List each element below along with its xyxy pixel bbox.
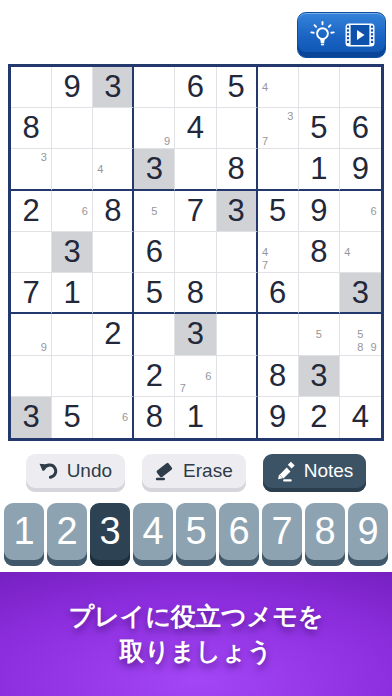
cell-value: 9: [64, 69, 81, 105]
note-digit: 7: [259, 258, 272, 271]
notes-label: Notes: [304, 460, 354, 482]
cell-value: 3: [187, 316, 204, 352]
cell-r5c6[interactable]: [217, 232, 258, 273]
note-digit: 4: [259, 81, 272, 94]
pencil-icon: [274, 460, 297, 483]
cell-notes: 4: [259, 68, 297, 106]
cell-r6c6[interactable]: [217, 273, 258, 314]
cell-notes: 6: [53, 192, 91, 230]
cell-value: 1: [64, 275, 81, 311]
cell-r7c2[interactable]: [52, 314, 93, 355]
cell-notes: 37: [259, 109, 297, 147]
cell-r9c7[interactable]: 9: [258, 397, 299, 438]
cell-r1c9[interactable]: [340, 67, 381, 108]
cell-value: 8: [187, 275, 204, 311]
cell-r6c3[interactable]: [93, 273, 134, 314]
note-digit: 4: [94, 163, 106, 175]
note-digit: 6: [202, 369, 215, 382]
cell-r9c1[interactable]: 3: [11, 397, 52, 438]
cell-r3c3[interactable]: 4: [93, 149, 134, 190]
cell-r3c8[interactable]: 1: [299, 149, 340, 190]
toolbar: Undo Erase Notes: [0, 454, 392, 492]
cell-r1c8[interactable]: [299, 67, 340, 108]
note-digit: 3: [37, 150, 50, 162]
cell-r1c4[interactable]: [134, 67, 175, 108]
cell-r3c7[interactable]: [258, 149, 299, 190]
cell-value: 2: [146, 358, 163, 394]
cell-r8c7[interactable]: 8: [258, 356, 299, 397]
cell-value: 7: [22, 275, 39, 311]
notes-button[interactable]: Notes: [263, 454, 367, 492]
cell-r2c3[interactable]: [93, 108, 134, 149]
cell-r4c9[interactable]: 6: [340, 191, 381, 232]
cell-value: 8: [22, 110, 39, 146]
cell-r2c5[interactable]: 4: [175, 108, 216, 149]
cell-r5c7[interactable]: 47: [258, 232, 299, 273]
cell-r8c8[interactable]: 3: [299, 356, 340, 397]
cell-notes: 3: [12, 150, 50, 187]
cell-value: 8: [269, 358, 286, 394]
cell-value: 6: [269, 275, 286, 311]
erase-button[interactable]: Erase: [142, 454, 246, 492]
cell-value: 3: [104, 69, 121, 105]
note-digit: 4: [341, 246, 354, 259]
cell-r5c9[interactable]: 4: [340, 232, 381, 273]
numpad-key-8[interactable]: 8: [305, 503, 345, 566]
cell-r5c2[interactable]: 3: [52, 232, 93, 273]
cell-value: 8: [104, 193, 121, 229]
cell-r6c9[interactable]: 3: [340, 273, 381, 314]
cell-r2c2[interactable]: [52, 108, 93, 149]
cell-value: 2: [22, 193, 39, 229]
note-digit: 9: [161, 135, 174, 148]
cell-r9c4[interactable]: 8: [134, 397, 175, 438]
cell-r4c7[interactable]: 5: [258, 191, 299, 232]
cell-r7c3[interactable]: 2: [93, 314, 134, 355]
cell-r1c7[interactable]: 4: [258, 67, 299, 108]
cell-r4c5[interactable]: 7: [175, 191, 216, 232]
numpad-key-5[interactable]: 5: [176, 503, 216, 566]
note-digit: 6: [79, 204, 92, 217]
note-digit: 3: [284, 109, 297, 122]
cell-notes: 5: [135, 192, 173, 230]
cell-r6c1[interactable]: 7: [11, 273, 52, 314]
erase-label: Erase: [183, 460, 233, 482]
note-digit: 7: [176, 382, 189, 395]
cell-r8c5[interactable]: 67: [175, 356, 216, 397]
video-play-icon: [345, 23, 375, 47]
cell-r3c9[interactable]: 9: [340, 149, 381, 190]
cell-r7c5[interactable]: 3: [175, 314, 216, 355]
cell-r2c6[interactable]: [217, 108, 258, 149]
eraser-icon: [153, 460, 176, 483]
undo-button[interactable]: Undo: [26, 454, 125, 492]
cell-r7c1[interactable]: 9: [11, 314, 52, 355]
cell-value: 1: [187, 399, 204, 435]
cell-r4c6[interactable]: 3: [217, 191, 258, 232]
cell-r8c2[interactable]: [52, 356, 93, 397]
cell-value: 2: [104, 316, 121, 352]
cell-r2c7[interactable]: 37: [258, 108, 299, 149]
cell-r3c5[interactable]: [175, 149, 216, 190]
cell-notes: 9: [135, 109, 173, 147]
undo-label: Undo: [67, 460, 112, 482]
cell-r6c2[interactable]: 1: [52, 273, 93, 314]
cell-value: 2: [310, 399, 327, 435]
cell-r7c9[interactable]: 589: [340, 314, 381, 355]
cell-r4c1[interactable]: 2: [11, 191, 52, 232]
cell-r4c3[interactable]: 8: [93, 191, 134, 232]
note-digit: 6: [119, 411, 131, 424]
note-digit: 8: [354, 341, 367, 354]
cell-r6c4[interactable]: 5: [134, 273, 175, 314]
cell-r4c2[interactable]: 6: [52, 191, 93, 232]
note-digit: 6: [367, 204, 380, 217]
cell-value: 9: [269, 399, 286, 435]
note-digit: 4: [259, 246, 272, 259]
cell-notes: 4: [341, 233, 380, 271]
cell-value: 5: [269, 193, 286, 229]
numpad-key-4[interactable]: 4: [133, 503, 173, 566]
cell-r2c1[interactable]: 8: [11, 108, 52, 149]
cell-value: 4: [187, 110, 204, 146]
cell-r9c6[interactable]: [217, 397, 258, 438]
numpad-key-9[interactable]: 9: [348, 503, 388, 566]
cell-value: 9: [352, 151, 369, 187]
cell-value: 5: [310, 110, 327, 146]
cell-r7c8[interactable]: 5: [299, 314, 340, 355]
hint-video-button[interactable]: [297, 12, 386, 58]
cell-r8c3[interactable]: [93, 356, 134, 397]
cell-r3c1[interactable]: 3: [11, 149, 52, 190]
sudoku-board: 9365489437563438192685735963647847158639…: [8, 64, 384, 441]
numpad-key-2[interactable]: 2: [47, 503, 87, 566]
note-digit: 5: [148, 204, 161, 217]
cell-r9c9[interactable]: 4: [340, 397, 381, 438]
cell-r6c8[interactable]: [299, 273, 340, 314]
cell-value: 3: [146, 151, 163, 187]
note-digit: 5: [312, 328, 325, 341]
cell-notes: 47: [259, 233, 297, 271]
cell-r2c9[interactable]: 6: [340, 108, 381, 149]
cell-notes: 9: [12, 315, 50, 353]
note-digit: 7: [259, 135, 272, 148]
cell-r3c4[interactable]: 3: [134, 149, 175, 190]
numpad-key-1[interactable]: 1: [4, 503, 44, 566]
cell-r1c3[interactable]: 3: [93, 67, 134, 108]
note-digit: 9: [37, 341, 50, 354]
cell-r5c1[interactable]: [11, 232, 52, 273]
banner-line2: 取りましょう: [120, 634, 273, 669]
cell-r2c8[interactable]: 5: [299, 108, 340, 149]
cell-r3c6[interactable]: 8: [217, 149, 258, 190]
cell-value: 6: [352, 110, 369, 146]
cell-r5c3[interactable]: [93, 232, 134, 273]
banner-line1: プレイに役立つメモを: [69, 599, 324, 634]
cell-r3c2[interactable]: [52, 149, 93, 190]
cell-r1c1[interactable]: [11, 67, 52, 108]
undo-icon: [37, 460, 60, 483]
cell-r8c6[interactable]: [217, 356, 258, 397]
cell-notes: 6: [341, 192, 380, 230]
cell-r4c8[interactable]: 9: [299, 191, 340, 232]
cell-value: 4: [352, 399, 369, 435]
cell-r1c5[interactable]: 6: [175, 67, 216, 108]
cell-r6c7[interactable]: 6: [258, 273, 299, 314]
cell-notes: 5: [300, 315, 338, 353]
cell-r9c2[interactable]: 5: [52, 397, 93, 438]
cell-value: 6: [146, 234, 163, 270]
cell-r1c2[interactable]: 9: [52, 67, 93, 108]
cell-value: 8: [146, 399, 163, 435]
cell-notes: 589: [341, 315, 380, 353]
cell-r2c4[interactable]: 9: [134, 108, 175, 149]
cell-r9c5[interactable]: 1: [175, 397, 216, 438]
cell-notes: 67: [176, 357, 214, 395]
note-digit: 5: [354, 328, 367, 341]
tutorial-banner: プレイに役立つメモを 取りましょう: [0, 572, 392, 696]
numpad: 123456789: [4, 503, 388, 566]
cell-notes: 6: [94, 398, 131, 437]
cell-value: 8: [310, 234, 327, 270]
cell-r6c5[interactable]: 8: [175, 273, 216, 314]
cell-value: 3: [310, 358, 327, 394]
cell-r4c4[interactable]: 5: [134, 191, 175, 232]
cell-r7c6[interactable]: [217, 314, 258, 355]
cell-r8c1[interactable]: [11, 356, 52, 397]
cell-value: 9: [310, 193, 327, 229]
cell-value: 5: [146, 275, 163, 311]
cell-value: 5: [227, 69, 244, 105]
cell-r7c4[interactable]: [134, 314, 175, 355]
cell-r8c4[interactable]: 2: [134, 356, 175, 397]
cell-r8c9[interactable]: [340, 356, 381, 397]
note-digit: 9: [367, 341, 380, 354]
cell-r5c4[interactable]: 6: [134, 232, 175, 273]
numpad-key-7[interactable]: 7: [262, 503, 302, 566]
cell-value: 5: [64, 399, 81, 435]
numpad-key-3[interactable]: 3: [90, 503, 130, 566]
lightbulb-icon: [309, 21, 336, 50]
cell-r5c8[interactable]: 8: [299, 232, 340, 273]
cell-notes: 4: [94, 150, 131, 187]
cell-value: 6: [187, 69, 204, 105]
cell-r5c5[interactable]: [175, 232, 216, 273]
cell-value: 3: [22, 399, 39, 435]
numpad-key-6[interactable]: 6: [219, 503, 259, 566]
cell-value: 7: [187, 193, 204, 229]
cell-r9c8[interactable]: 2: [299, 397, 340, 438]
cell-value: 3: [352, 275, 369, 311]
cell-r7c7[interactable]: [258, 314, 299, 355]
cell-value: 3: [227, 193, 244, 229]
cell-r1c6[interactable]: 5: [217, 67, 258, 108]
cell-value: 1: [310, 151, 327, 187]
cell-value: 8: [227, 151, 244, 187]
cell-value: 3: [64, 234, 81, 270]
cell-r9c3[interactable]: 6: [93, 397, 134, 438]
